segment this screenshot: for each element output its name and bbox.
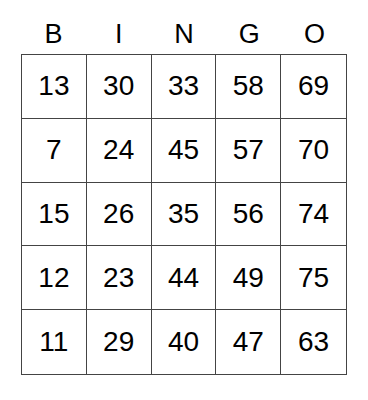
bingo-cell[interactable]: 56 [216,183,281,247]
bingo-cell[interactable]: 15 [22,183,87,247]
bingo-cell[interactable]: 12 [22,246,87,310]
column-letter-b: B [21,21,86,48]
bingo-cell[interactable]: 58 [216,55,281,119]
bingo-cell[interactable]: 29 [87,310,152,374]
bingo-board: 13 30 33 58 69 7 24 45 57 70 15 26 35 56… [21,54,347,375]
column-letter-n: N [151,21,216,48]
bingo-header-row: B I N G O [21,0,347,54]
bingo-cell[interactable]: 11 [22,310,87,374]
column-letter-g: G [217,21,282,48]
bingo-cell[interactable]: 74 [281,183,346,247]
column-letter-i: I [86,21,151,48]
bingo-card-screen: B I N G O 13 30 33 58 69 7 24 45 57 70 1… [0,0,368,400]
bingo-cell[interactable]: 35 [152,183,217,247]
bingo-cell[interactable]: 75 [281,246,346,310]
bingo-cell[interactable]: 47 [216,310,281,374]
bingo-cell[interactable]: 23 [87,246,152,310]
bingo-cell[interactable]: 57 [216,119,281,183]
bingo-cell[interactable]: 40 [152,310,217,374]
bingo-cell[interactable]: 45 [152,119,217,183]
bingo-cell[interactable]: 24 [87,119,152,183]
bingo-cell[interactable]: 69 [281,55,346,119]
column-letter-o: O [282,21,347,48]
bingo-cell[interactable]: 44 [152,246,217,310]
bingo-cell[interactable]: 49 [216,246,281,310]
bingo-cell[interactable]: 13 [22,55,87,119]
bingo-card: B I N G O 13 30 33 58 69 7 24 45 57 70 1… [21,0,347,375]
bingo-cell[interactable]: 63 [281,310,346,374]
bingo-cell[interactable]: 26 [87,183,152,247]
bingo-cell[interactable]: 7 [22,119,87,183]
bingo-cell[interactable]: 33 [152,55,217,119]
bingo-cell[interactable]: 70 [281,119,346,183]
bingo-cell[interactable]: 30 [87,55,152,119]
